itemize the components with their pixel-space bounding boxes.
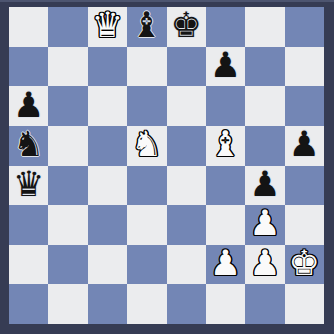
square-a2[interactable] (9, 245, 48, 285)
square-a4[interactable]: ♛ (9, 166, 48, 206)
square-c7[interactable] (88, 47, 127, 87)
square-c5[interactable] (88, 126, 127, 166)
square-d1[interactable] (127, 284, 166, 324)
square-b6[interactable] (48, 86, 87, 126)
square-f5[interactable]: ♝ (206, 126, 245, 166)
square-e1[interactable] (167, 284, 206, 324)
white-knight-d5[interactable]: ♞ (131, 126, 162, 164)
square-e3[interactable] (167, 205, 206, 245)
square-e8[interactable]: ♚ (167, 7, 206, 47)
square-b1[interactable] (48, 284, 87, 324)
square-c3[interactable] (88, 205, 127, 245)
white-queen-c8[interactable]: ♛ (92, 7, 123, 45)
square-h3[interactable] (285, 205, 324, 245)
square-e7[interactable] (167, 47, 206, 87)
square-g8[interactable] (245, 7, 284, 47)
square-g5[interactable] (245, 126, 284, 166)
square-d5[interactable]: ♞ (127, 126, 166, 166)
square-d7[interactable] (127, 47, 166, 87)
square-a5[interactable]: ♞ (9, 126, 48, 166)
square-b5[interactable] (48, 126, 87, 166)
square-g3[interactable]: ♟ (245, 205, 284, 245)
square-b2[interactable] (48, 245, 87, 285)
square-f4[interactable] (206, 166, 245, 206)
white-pawn-f2[interactable]: ♟ (210, 245, 241, 283)
square-g7[interactable] (245, 47, 284, 87)
square-h6[interactable] (285, 86, 324, 126)
square-a7[interactable] (9, 47, 48, 87)
white-pawn-g3[interactable]: ♟ (249, 205, 280, 243)
black-pawn-a6[interactable]: ♟ (13, 86, 44, 124)
square-g4[interactable]: ♟ (245, 166, 284, 206)
chess-board: ♛♝♚♟♟♞♞♝♟♛♟♟♟♟♚ (9, 7, 324, 324)
square-b3[interactable] (48, 205, 87, 245)
black-pawn-f7[interactable]: ♟ (210, 47, 241, 85)
square-g6[interactable] (245, 86, 284, 126)
square-d2[interactable] (127, 245, 166, 285)
square-c8[interactable]: ♛ (88, 7, 127, 47)
square-b7[interactable] (48, 47, 87, 87)
square-f2[interactable]: ♟ (206, 245, 245, 285)
square-h8[interactable] (285, 7, 324, 47)
chess-board-frame: ♛♝♚♟♟♞♞♝♟♛♟♟♟♟♚ (0, 0, 334, 334)
black-pawn-g4[interactable]: ♟ (249, 166, 280, 204)
black-queen-a4[interactable]: ♛ (13, 166, 44, 204)
square-h4[interactable] (285, 166, 324, 206)
square-e2[interactable] (167, 245, 206, 285)
square-a6[interactable]: ♟ (9, 86, 48, 126)
square-f1[interactable] (206, 284, 245, 324)
square-b8[interactable] (48, 7, 87, 47)
square-f3[interactable] (206, 205, 245, 245)
black-pawn-h5[interactable]: ♟ (289, 126, 320, 164)
square-h5[interactable]: ♟ (285, 126, 324, 166)
square-c1[interactable] (88, 284, 127, 324)
square-d6[interactable] (127, 86, 166, 126)
square-e5[interactable] (167, 126, 206, 166)
square-a3[interactable] (9, 205, 48, 245)
square-g1[interactable] (245, 284, 284, 324)
square-d3[interactable] (127, 205, 166, 245)
square-e6[interactable] (167, 86, 206, 126)
square-e4[interactable] (167, 166, 206, 206)
square-g2[interactable]: ♟ (245, 245, 284, 285)
square-f6[interactable] (206, 86, 245, 126)
black-king-e8[interactable]: ♚ (170, 7, 201, 45)
square-b4[interactable] (48, 166, 87, 206)
square-a1[interactable] (9, 284, 48, 324)
square-h7[interactable] (285, 47, 324, 87)
white-king-h2[interactable]: ♚ (289, 245, 320, 283)
white-pawn-g2[interactable]: ♟ (249, 245, 280, 283)
square-f7[interactable]: ♟ (206, 47, 245, 87)
square-d8[interactable]: ♝ (127, 7, 166, 47)
square-c4[interactable] (88, 166, 127, 206)
square-h1[interactable] (285, 284, 324, 324)
square-h2[interactable]: ♚ (285, 245, 324, 285)
white-bishop-f5[interactable]: ♝ (210, 126, 241, 164)
square-c2[interactable] (88, 245, 127, 285)
square-f8[interactable] (206, 7, 245, 47)
black-bishop-d8[interactable]: ♝ (131, 7, 162, 45)
square-a8[interactable] (9, 7, 48, 47)
square-d4[interactable] (127, 166, 166, 206)
black-knight-a5[interactable]: ♞ (13, 126, 44, 164)
square-c6[interactable] (88, 86, 127, 126)
